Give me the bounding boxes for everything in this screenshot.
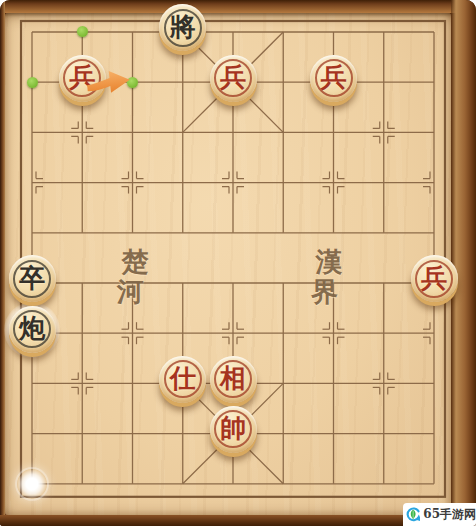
piece-red-advisor[interactable]: 仕 <box>159 356 206 403</box>
piece-black-soldier[interactable]: 卒 <box>9 255 56 302</box>
last-move-origin-marker <box>17 469 47 499</box>
watermark-logo-icon <box>406 506 420 523</box>
piece-glyph: 相 <box>220 365 246 391</box>
piece-red-soldier-c[interactable]: 兵 <box>310 55 357 102</box>
watermark: 65手游网 <box>403 503 476 526</box>
piece-grid: 將兵兵兵卒兵炮仕相帥 <box>7 7 459 509</box>
piece-glyph: 兵 <box>220 64 246 90</box>
piece-glyph: 炮 <box>19 315 45 341</box>
piece-glyph: 仕 <box>170 365 196 391</box>
piece-black-cannon[interactable]: 炮 <box>9 306 56 353</box>
piece-red-general[interactable]: 帥 <box>210 406 257 453</box>
xiangqi-board: 楚河 漢界 將兵兵兵卒兵炮仕相帥 65手游网 <box>0 0 476 526</box>
piece-black-general[interactable]: 將 <box>159 4 206 51</box>
watermark-text: 65手游网 <box>423 506 476 523</box>
piece-glyph: 將 <box>170 14 196 40</box>
piece-glyph: 卒 <box>19 265 45 291</box>
piece-red-soldier-d[interactable]: 兵 <box>411 255 458 302</box>
piece-red-elephant[interactable]: 相 <box>210 356 257 403</box>
piece-glyph: 帥 <box>220 415 246 441</box>
move-hint-dot[interactable] <box>77 26 88 37</box>
move-hint-dot[interactable] <box>27 77 38 88</box>
piece-glyph: 兵 <box>321 64 347 90</box>
piece-glyph: 兵 <box>421 265 447 291</box>
piece-red-soldier-b[interactable]: 兵 <box>210 55 257 102</box>
move-arrow-icon <box>85 67 134 100</box>
